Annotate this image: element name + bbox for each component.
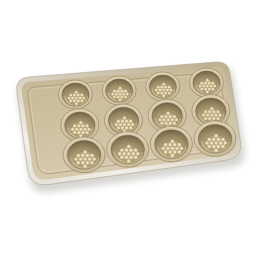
muffin-cup-r2c1 (61, 109, 99, 142)
muffin-cup-r1c2 (102, 76, 136, 105)
muffin-cup-r3c1 (63, 137, 105, 173)
muffin-cup-r1c3 (146, 72, 180, 101)
muffin-cup-r3c3 (150, 126, 192, 162)
muffin-cup-r3c4 (194, 121, 236, 157)
muffin-pan-illustration (0, 0, 256, 256)
muffin-cup-r1c1 (59, 80, 93, 109)
muffin-pan-product-photo (0, 0, 256, 256)
muffin-cup-r1c4 (190, 68, 224, 97)
muffin-cup-r3c2 (107, 132, 149, 168)
